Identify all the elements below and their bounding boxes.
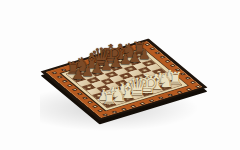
playing-field (66, 51, 183, 108)
photo-backdrop: ♜♞♝♛♚♝♞♜♟♟♟♟♟♟♟♟♟♟♟♟♟♟♟♟♜♞♝♛♚♝♞♜ (0, 0, 240, 150)
